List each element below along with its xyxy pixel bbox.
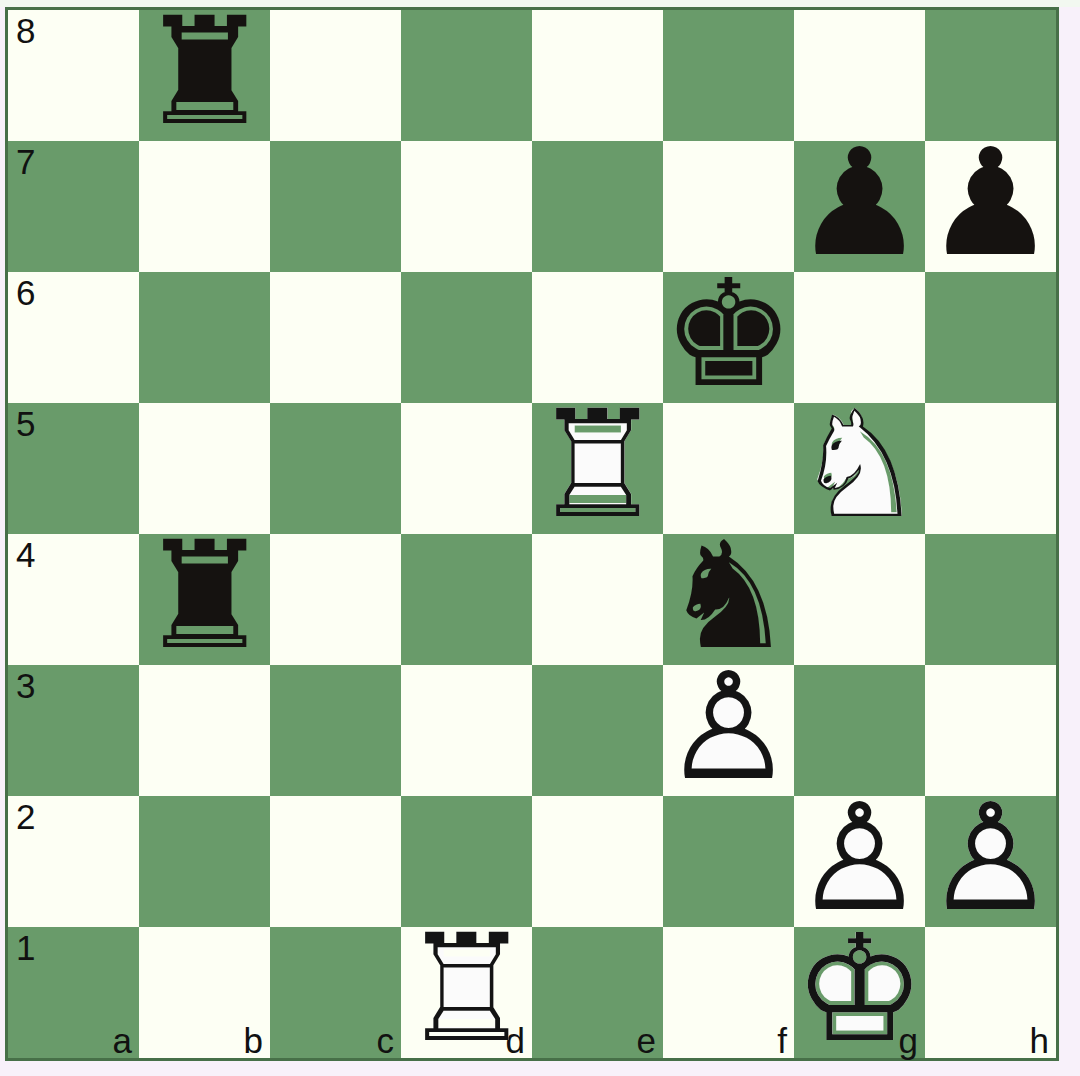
square-a1[interactable]: 1a bbox=[8, 927, 139, 1058]
rank-label-8: 8 bbox=[16, 12, 35, 51]
file-label-f: f bbox=[777, 1023, 787, 1058]
square-c6[interactable] bbox=[270, 272, 401, 403]
square-d6[interactable] bbox=[401, 272, 532, 403]
white-rook-outline: ♖ bbox=[400, 914, 533, 1062]
square-a6[interactable]: 6 bbox=[8, 272, 139, 403]
white-knight-outline: ♘ bbox=[793, 390, 926, 538]
square-h7[interactable]: ♟ bbox=[925, 141, 1056, 272]
square-d1[interactable]: d♜♖ bbox=[401, 927, 532, 1058]
square-e8[interactable] bbox=[532, 10, 663, 141]
white-rook[interactable]: ♜♖ bbox=[401, 927, 532, 1058]
square-c8[interactable] bbox=[270, 10, 401, 141]
square-e1[interactable]: e bbox=[532, 927, 663, 1058]
file-label-a: a bbox=[113, 1023, 132, 1058]
page-background: 8♜7♟♟6♚5♜♖♞♘4♜♞3♟♙2♟♙♟♙1abcd♜♖efg♚♔h bbox=[0, 0, 1080, 1061]
square-b4[interactable]: ♜ bbox=[139, 534, 270, 665]
square-c2[interactable] bbox=[270, 796, 401, 927]
board-grid: 8♜7♟♟6♚5♜♖♞♘4♜♞3♟♙2♟♙♟♙1abcd♜♖efg♚♔h bbox=[8, 10, 1056, 1058]
square-b8[interactable]: ♜ bbox=[139, 10, 270, 141]
black-pawn[interactable]: ♟ bbox=[925, 141, 1056, 272]
black-king[interactable]: ♚ bbox=[663, 272, 794, 403]
file-label-b: b bbox=[244, 1023, 263, 1058]
black-pawn-glyph: ♟ bbox=[793, 128, 926, 276]
square-a7[interactable]: 7 bbox=[8, 141, 139, 272]
square-c3[interactable] bbox=[270, 665, 401, 796]
square-g7[interactable]: ♟ bbox=[794, 141, 925, 272]
square-c4[interactable] bbox=[270, 534, 401, 665]
square-f6[interactable]: ♚ bbox=[663, 272, 794, 403]
square-h4[interactable] bbox=[925, 534, 1056, 665]
square-a4[interactable]: 4 bbox=[8, 534, 139, 665]
file-label-h: h bbox=[1030, 1023, 1049, 1058]
white-knight[interactable]: ♞♘ bbox=[794, 403, 925, 534]
square-d8[interactable] bbox=[401, 10, 532, 141]
square-e5[interactable]: ♜♖ bbox=[532, 403, 663, 534]
square-d4[interactable] bbox=[401, 534, 532, 665]
square-f2[interactable] bbox=[663, 796, 794, 927]
square-a3[interactable]: 3 bbox=[8, 665, 139, 796]
square-f1[interactable]: f bbox=[663, 927, 794, 1058]
black-rook[interactable]: ♜ bbox=[139, 534, 270, 665]
square-d5[interactable] bbox=[401, 403, 532, 534]
black-rook-glyph: ♜ bbox=[138, 0, 271, 145]
square-a5[interactable]: 5 bbox=[8, 403, 139, 534]
square-d7[interactable] bbox=[401, 141, 532, 272]
square-b3[interactable] bbox=[139, 665, 270, 796]
rank-label-7: 7 bbox=[16, 143, 35, 182]
file-label-c: c bbox=[377, 1023, 395, 1058]
rank-label-3: 3 bbox=[16, 667, 35, 706]
square-e7[interactable] bbox=[532, 141, 663, 272]
rank-label-2: 2 bbox=[16, 798, 35, 837]
white-pawn[interactable]: ♟♙ bbox=[663, 665, 794, 796]
square-h2[interactable]: ♟♙ bbox=[925, 796, 1056, 927]
square-e2[interactable] bbox=[532, 796, 663, 927]
square-h1[interactable]: h bbox=[925, 927, 1056, 1058]
square-f8[interactable] bbox=[663, 10, 794, 141]
black-pawn-glyph: ♟ bbox=[924, 128, 1057, 276]
square-a2[interactable]: 2 bbox=[8, 796, 139, 927]
rank-label-1: 1 bbox=[16, 929, 35, 968]
square-g1[interactable]: g♚♔ bbox=[794, 927, 925, 1058]
white-pawn-outline: ♙ bbox=[662, 652, 795, 800]
rank-label-5: 5 bbox=[16, 405, 35, 444]
square-c1[interactable]: c bbox=[270, 927, 401, 1058]
square-g5[interactable]: ♞♘ bbox=[794, 403, 925, 534]
square-b2[interactable] bbox=[139, 796, 270, 927]
square-b7[interactable] bbox=[139, 141, 270, 272]
file-label-e: e bbox=[637, 1023, 656, 1058]
black-pawn[interactable]: ♟ bbox=[794, 141, 925, 272]
square-h5[interactable] bbox=[925, 403, 1056, 534]
square-g4[interactable] bbox=[794, 534, 925, 665]
black-rook[interactable]: ♜ bbox=[139, 10, 270, 141]
square-b1[interactable]: b bbox=[139, 927, 270, 1058]
white-pawn-outline: ♙ bbox=[924, 783, 1057, 931]
white-pawn[interactable]: ♟♙ bbox=[925, 796, 1056, 927]
white-rook[interactable]: ♜♖ bbox=[532, 403, 663, 534]
rank-label-6: 6 bbox=[16, 274, 35, 313]
white-king-outline: ♔ bbox=[793, 914, 926, 1062]
black-king-glyph: ♚ bbox=[662, 259, 795, 407]
square-a8[interactable]: 8 bbox=[8, 10, 139, 141]
square-c5[interactable] bbox=[270, 403, 401, 534]
square-b6[interactable] bbox=[139, 272, 270, 403]
square-h6[interactable] bbox=[925, 272, 1056, 403]
black-rook-glyph: ♜ bbox=[138, 521, 271, 669]
chess-board: 8♜7♟♟6♚5♜♖♞♘4♜♞3♟♙2♟♙♟♙1abcd♜♖efg♚♔h bbox=[5, 7, 1059, 1061]
square-f3[interactable]: ♟♙ bbox=[663, 665, 794, 796]
square-e4[interactable] bbox=[532, 534, 663, 665]
square-e3[interactable] bbox=[532, 665, 663, 796]
rank-label-4: 4 bbox=[16, 536, 35, 575]
white-king[interactable]: ♚♔ bbox=[794, 927, 925, 1058]
square-d3[interactable] bbox=[401, 665, 532, 796]
white-rook-outline: ♖ bbox=[531, 390, 664, 538]
square-c7[interactable] bbox=[270, 141, 401, 272]
